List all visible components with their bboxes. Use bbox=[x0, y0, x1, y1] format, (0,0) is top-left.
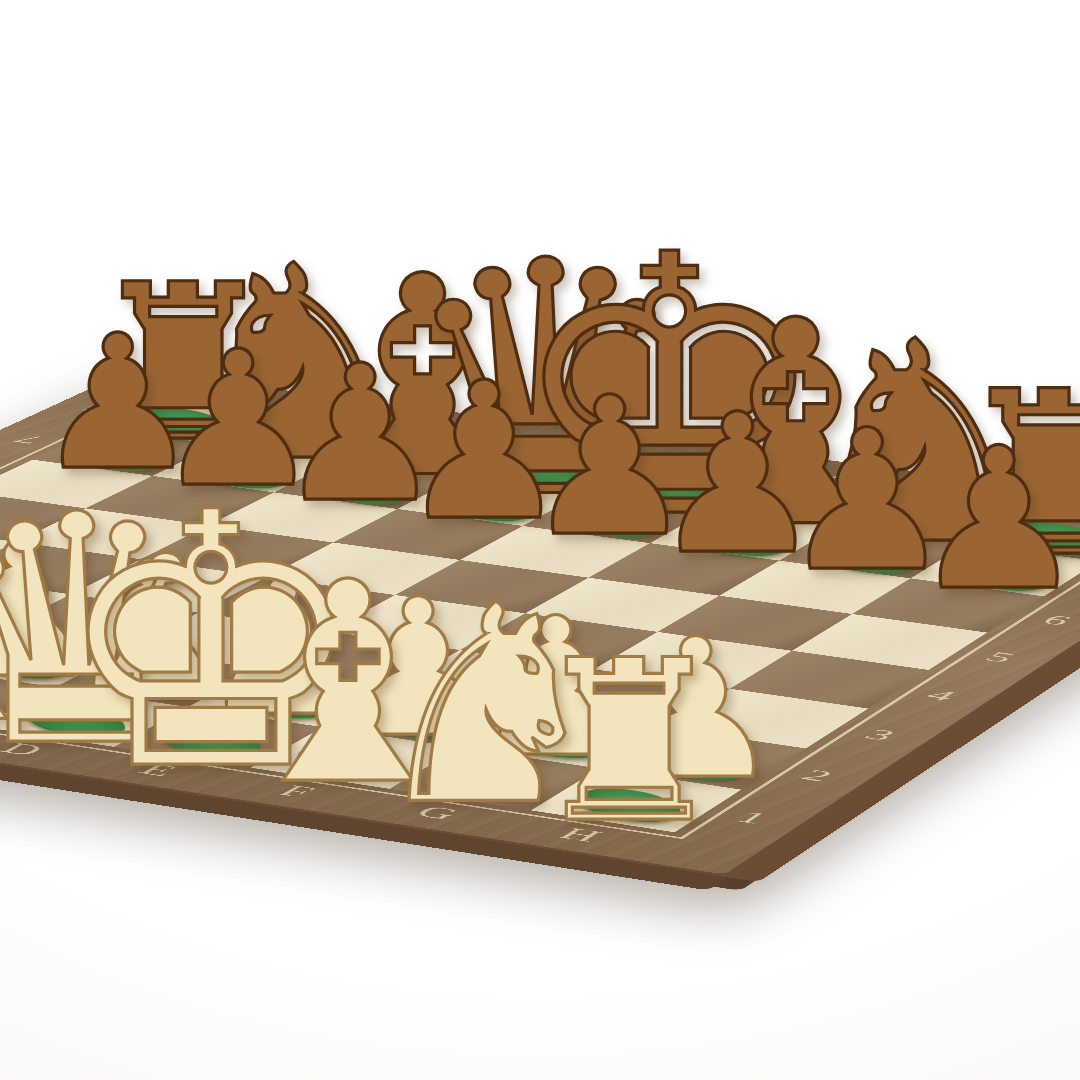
file-label: D bbox=[0, 739, 53, 759]
rank-label: 7 bbox=[7, 432, 51, 446]
photo-stage: AA11BB22CC33DD44EE55FF66GG77HH88 ♜♞♝♛♚♝♞… bbox=[0, 0, 1080, 1080]
rank-label: 8 bbox=[74, 402, 117, 416]
file-label: B bbox=[335, 405, 383, 419]
rank-label: 4 bbox=[919, 687, 964, 704]
file-label: F bbox=[826, 468, 869, 483]
file-label: A bbox=[216, 390, 266, 404]
board-shadow-wrap: AA11BB22CC33DD44EE55FF66GG77HH88 bbox=[0, 0, 1080, 1080]
file-label: C bbox=[454, 420, 502, 435]
rank-label: 2 bbox=[795, 766, 842, 785]
rank-label: 3 bbox=[858, 726, 904, 744]
rank-label: 1 bbox=[729, 808, 777, 827]
rank-label: 6 bbox=[1036, 612, 1079, 628]
chess-board: AA11BB22CC33DD44EE55FF66GG77HH88 bbox=[0, 370, 1080, 874]
file-label: G bbox=[949, 484, 999, 500]
file-label: F bbox=[271, 782, 323, 801]
file-label: E bbox=[700, 452, 746, 467]
file-label: D bbox=[574, 436, 624, 451]
file-label: G bbox=[408, 802, 468, 823]
file-label: H bbox=[551, 824, 610, 845]
rank-label: 5 bbox=[979, 649, 1023, 666]
file-label: E bbox=[132, 760, 187, 779]
